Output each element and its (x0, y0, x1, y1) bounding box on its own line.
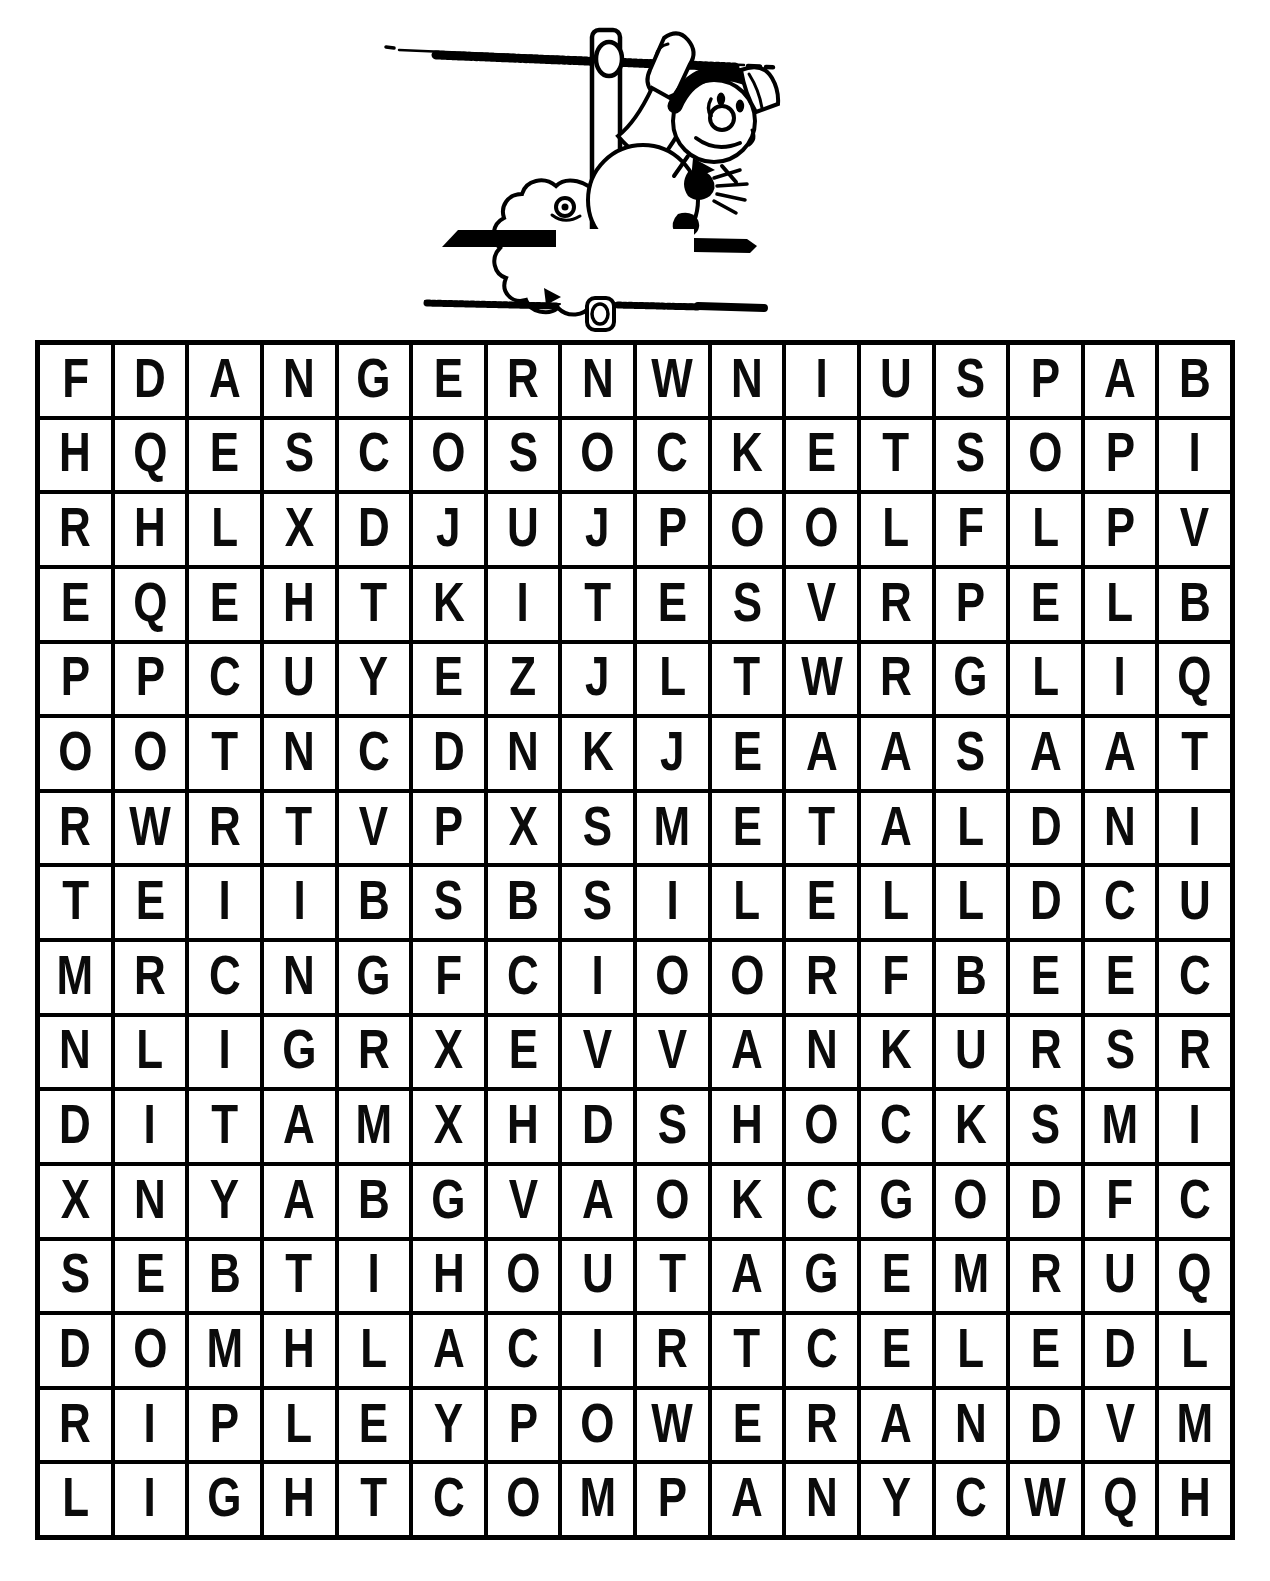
grid-cell[interactable]: L (637, 644, 708, 715)
grid-cell[interactable]: B (339, 1166, 410, 1237)
grid-cell[interactable]: U (1159, 867, 1230, 938)
grid-cell[interactable]: N (936, 1390, 1007, 1461)
grid-cell[interactable]: I (1159, 793, 1230, 864)
cell-letter: N (283, 724, 315, 783)
crossarm-right (694, 238, 757, 253)
grid-cell[interactable]: N (40, 1017, 111, 1088)
grid-cell[interactable]: C (1085, 867, 1156, 938)
cell-letter: T (211, 1097, 238, 1156)
grid-cell[interactable]: P (637, 494, 708, 565)
cell-letter: O (730, 500, 764, 559)
grid-cell[interactable]: L (861, 494, 932, 565)
grid-cell[interactable]: B (339, 867, 410, 938)
grid-cell[interactable]: D (562, 1091, 633, 1162)
grid-cell[interactable]: S (936, 420, 1007, 491)
grid-cell[interactable]: E (189, 420, 260, 491)
cell-letter: V (359, 799, 388, 858)
grid-cell[interactable]: V (562, 1017, 633, 1088)
grid-cell[interactable]: E (115, 867, 186, 938)
grid-cell[interactable]: N (264, 942, 335, 1013)
grid-cell[interactable]: L (936, 867, 1007, 938)
grid-cell[interactable]: C (936, 1464, 1007, 1535)
grid-cell[interactable]: K (712, 420, 783, 491)
grid-cell[interactable]: I (1085, 644, 1156, 715)
grid-cell[interactable]: P (1085, 494, 1156, 565)
grid-cell[interactable]: Y (339, 644, 410, 715)
grid-cell[interactable]: S (712, 569, 783, 640)
grid-cell[interactable]: X (413, 1091, 484, 1162)
grid-cell[interactable]: G (413, 1166, 484, 1237)
grid-cell[interactable]: H (115, 494, 186, 565)
grid-cell[interactable]: E (413, 644, 484, 715)
grid-cell[interactable]: U (562, 1241, 633, 1312)
grid-cell[interactable]: Q (1159, 644, 1230, 715)
grid-cell[interactable]: X (264, 494, 335, 565)
grid-cell[interactable]: C (1159, 942, 1230, 1013)
cell-letter: C (1104, 873, 1136, 932)
grid-cell[interactable]: O (712, 494, 783, 565)
grid-cell[interactable]: P (1010, 345, 1081, 416)
grid-cell[interactable]: M (637, 793, 708, 864)
grid-cell[interactable]: T (712, 1315, 783, 1386)
grid-cell[interactable]: G (264, 1017, 335, 1088)
cell-letter: V (508, 1172, 537, 1231)
grid-cell[interactable]: K (712, 1166, 783, 1237)
grid-cell[interactable]: X (488, 793, 559, 864)
grid-cell[interactable]: E (1010, 942, 1081, 1013)
grid-cell[interactable]: P (637, 1464, 708, 1535)
cell-letter: U (1104, 1246, 1136, 1305)
grid-cell[interactable]: Y (189, 1166, 260, 1237)
grid-cell[interactable]: H (264, 1464, 335, 1535)
grid-cell[interactable]: E (339, 1390, 410, 1461)
grid-cell[interactable]: P (189, 1390, 260, 1461)
grid-cell[interactable]: D (1010, 793, 1081, 864)
cell-letter: U (582, 1246, 614, 1305)
cell-letter: M (1176, 1396, 1213, 1455)
grid-cell[interactable]: A (264, 1166, 335, 1237)
grid-cell[interactable]: C (189, 644, 260, 715)
grid-cell[interactable]: P (40, 644, 111, 715)
cell-letter: O (506, 1470, 540, 1529)
grid-cell[interactable]: M (1085, 1091, 1156, 1162)
grid-cell[interactable]: I (264, 867, 335, 938)
grid-cell[interactable]: R (861, 644, 932, 715)
grid-cell[interactable]: E (637, 569, 708, 640)
grid-cell[interactable]: V (339, 793, 410, 864)
grid-cell[interactable]: R (861, 569, 932, 640)
grid-cell[interactable]: L (936, 793, 1007, 864)
grid-cell[interactable]: R (40, 1390, 111, 1461)
grid-cell[interactable]: F (861, 942, 932, 1013)
grid-cell[interactable]: C (861, 1091, 932, 1162)
grid-cell[interactable]: J (413, 494, 484, 565)
grid-cell[interactable]: R (339, 1017, 410, 1088)
cell-letter: R (59, 799, 91, 858)
grid-cell[interactable]: O (1010, 420, 1081, 491)
grid-cell[interactable]: I (115, 1464, 186, 1535)
grid-cell[interactable]: S (936, 345, 1007, 416)
grid-cell[interactable]: T (712, 644, 783, 715)
grid-cell[interactable]: S (936, 718, 1007, 789)
cell-letter: D (1030, 1172, 1062, 1231)
cell-letter: W (652, 1396, 694, 1455)
grid-cell[interactable]: J (637, 718, 708, 789)
grid-cell[interactable]: C (339, 420, 410, 491)
grid-cell[interactable]: S (488, 420, 559, 491)
grid-cell[interactable]: F (1085, 1166, 1156, 1237)
grid-cell[interactable]: R (488, 345, 559, 416)
cell-letter: D (1030, 873, 1062, 932)
grid-cell[interactable]: F (936, 494, 1007, 565)
grid-cell[interactable]: L (712, 867, 783, 938)
grid-cell[interactable]: J (562, 644, 633, 715)
grid-cell[interactable]: J (562, 494, 633, 565)
grid-cell[interactable]: W (1010, 1464, 1081, 1535)
grid-cell[interactable]: O (786, 1091, 857, 1162)
grid-cell[interactable]: A (562, 1166, 633, 1237)
grid-cell[interactable]: S (637, 1091, 708, 1162)
grid-cell[interactable]: D (1010, 1166, 1081, 1237)
grid-cell[interactable]: E (1010, 1315, 1081, 1386)
grid-cell[interactable]: L (1010, 494, 1081, 565)
grid-cell[interactable]: R (189, 793, 260, 864)
grid-cell[interactable]: O (40, 718, 111, 789)
grid-cell[interactable]: S (562, 793, 633, 864)
grid-cell[interactable]: B (1159, 569, 1230, 640)
grid-cell[interactable]: S (264, 420, 335, 491)
grid-cell[interactable]: N (786, 1017, 857, 1088)
grid-cell[interactable]: N (786, 1464, 857, 1535)
grid-cell[interactable]: V (488, 1166, 559, 1237)
cell-letter: R (507, 351, 539, 410)
cell-letter: R (1179, 1022, 1211, 1081)
grid-cell[interactable]: O (712, 942, 783, 1013)
cell-letter: P (1105, 425, 1134, 484)
grid-cell[interactable]: D (40, 1091, 111, 1162)
cell-letter: E (434, 351, 463, 410)
grid-cell[interactable]: N (562, 345, 633, 416)
grid-cell[interactable]: L (1010, 644, 1081, 715)
cell-letter: H (731, 1097, 763, 1156)
grid-cell[interactable]: H (712, 1091, 783, 1162)
grid-cell[interactable]: C (488, 1315, 559, 1386)
grid-cell[interactable]: O (115, 1315, 186, 1386)
grid-cell[interactable]: T (562, 569, 633, 640)
grid-cell[interactable]: E (861, 1241, 932, 1312)
grid-cell[interactable]: U (1085, 1241, 1156, 1312)
grid-cell[interactable]: T (339, 569, 410, 640)
grid-cell[interactable]: C (1159, 1166, 1230, 1237)
grid-cell[interactable]: A (264, 1091, 335, 1162)
grid-cell[interactable]: R (115, 942, 186, 1013)
grid-cell[interactable]: Q (1159, 1241, 1230, 1312)
grid-cell[interactable]: S (1085, 1017, 1156, 1088)
grid-cell[interactable]: N (1085, 793, 1156, 864)
grid-cell[interactable]: R (1010, 1241, 1081, 1312)
grid-cell[interactable]: H (264, 1315, 335, 1386)
grid-cell[interactable]: O (488, 1464, 559, 1535)
grid-cell[interactable]: B (189, 1241, 260, 1312)
cell-letter: G (804, 1246, 838, 1305)
grid-cell[interactable]: H (413, 1241, 484, 1312)
grid-cell[interactable]: V (1085, 1390, 1156, 1461)
grid-cell[interactable]: T (264, 1241, 335, 1312)
grid-cell[interactable]: O (413, 420, 484, 491)
cell-letter: C (507, 948, 539, 1007)
grid-cell[interactable]: S (413, 867, 484, 938)
grid-cell[interactable]: A (189, 345, 260, 416)
grid-cell[interactable]: T (637, 1241, 708, 1312)
grid-cell[interactable]: N (264, 718, 335, 789)
grid-cell[interactable]: Q (1085, 1464, 1156, 1535)
grid-cell[interactable]: V (1159, 494, 1230, 565)
grid-cell[interactable]: M (1159, 1390, 1230, 1461)
grid-cell[interactable]: R (786, 1390, 857, 1461)
grid-cell[interactable]: N (712, 345, 783, 416)
grid-cell[interactable]: R (786, 942, 857, 1013)
grid-cell[interactable]: S (1010, 1091, 1081, 1162)
grid-cell[interactable]: P (115, 644, 186, 715)
grid-cell[interactable]: E (40, 569, 111, 640)
grid-cell[interactable]: E (861, 1315, 932, 1386)
cell-letter: X (61, 1172, 90, 1231)
grid-cell[interactable]: H (264, 569, 335, 640)
grid-cell[interactable]: A (786, 718, 857, 789)
cell-letter: J (585, 500, 609, 559)
grid-cell[interactable]: W (115, 793, 186, 864)
grid-cell[interactable]: O (637, 1166, 708, 1237)
grid-cell[interactable]: T (189, 718, 260, 789)
cell-letter: I (218, 873, 230, 932)
grid-cell[interactable]: L (1159, 1315, 1230, 1386)
grid-cell[interactable]: E (1085, 942, 1156, 1013)
grid-cell[interactable]: I (339, 1241, 410, 1312)
grid-cell[interactable]: I (115, 1390, 186, 1461)
grid-cell[interactable]: F (40, 345, 111, 416)
grid-cell[interactable]: C (786, 1166, 857, 1237)
grid-cell[interactable]: P (1085, 420, 1156, 491)
grid-cell[interactable]: E (488, 1017, 559, 1088)
grid-cell[interactable]: K (562, 718, 633, 789)
grid-cell[interactable]: N (115, 1166, 186, 1237)
grid-cell[interactable]: L (861, 867, 932, 938)
grid-cell[interactable]: H (1159, 1464, 1230, 1535)
grid-cell[interactable]: U (488, 494, 559, 565)
grid-cell[interactable]: L (189, 494, 260, 565)
grid-cell[interactable]: C (786, 1315, 857, 1386)
cell-letter: L (1107, 575, 1134, 634)
grid-cell[interactable]: A (413, 1315, 484, 1386)
grid-cell[interactable]: D (115, 345, 186, 416)
grid-cell[interactable]: W (637, 1390, 708, 1461)
cell-letter: O (804, 500, 838, 559)
grid-cell[interactable]: Z (488, 644, 559, 715)
cell-letter: T (360, 1470, 387, 1529)
grid-cell[interactable]: E (712, 1390, 783, 1461)
grid-cell[interactable]: C (339, 718, 410, 789)
grid-cell[interactable]: E (786, 420, 857, 491)
grid-cell[interactable]: C (637, 420, 708, 491)
grid-cell[interactable]: R (40, 494, 111, 565)
grid-cell[interactable]: Y (861, 1464, 932, 1535)
grid-cell[interactable]: M (562, 1464, 633, 1535)
grid-cell[interactable]: A (1010, 718, 1081, 789)
grid-cell[interactable]: R (1159, 1017, 1230, 1088)
grid-cell[interactable]: M (339, 1091, 410, 1162)
grid-cell[interactable]: L (936, 1315, 1007, 1386)
cell-letter: I (144, 1470, 156, 1529)
grid-cell[interactable]: H (488, 1091, 559, 1162)
grid-cell[interactable]: R (40, 793, 111, 864)
worksheet-page: FDANGERNWNIUSPABHQESCOSOCKETSOPIRHLXDJUJ… (0, 0, 1270, 1581)
grid-cell[interactable]: S (562, 867, 633, 938)
grid-cell[interactable]: A (712, 1017, 783, 1088)
cell-letter: H (1179, 1470, 1211, 1529)
cell-letter: P (658, 500, 687, 559)
grid-cell[interactable]: A (1085, 718, 1156, 789)
grid-cell[interactable]: U (936, 1017, 1007, 1088)
grid-cell[interactable]: F (413, 942, 484, 1013)
grid-cell[interactable]: O (936, 1166, 1007, 1237)
grid-cell[interactable]: Y (413, 1390, 484, 1461)
grid-cell[interactable]: O (488, 1241, 559, 1312)
grid-cell[interactable]: E (189, 569, 260, 640)
grid-cell[interactable]: K (936, 1091, 1007, 1162)
grid-cell[interactable]: T (189, 1091, 260, 1162)
grid-cell[interactable]: E (786, 867, 857, 938)
grid-cell[interactable]: Q (115, 420, 186, 491)
grid-cell[interactable]: O (115, 718, 186, 789)
grid-cell[interactable]: I (189, 1017, 260, 1088)
grid-cell[interactable]: D (413, 718, 484, 789)
cell-letter: R (59, 500, 91, 559)
grid-cell[interactable]: R (637, 1315, 708, 1386)
grid-cell[interactable]: E (413, 345, 484, 416)
grid-cell[interactable]: E (115, 1241, 186, 1312)
grid-cell[interactable]: C (413, 1464, 484, 1535)
grid-cell[interactable]: M (936, 1241, 1007, 1312)
grid-cell[interactable]: G (936, 644, 1007, 715)
cell-letter: N (582, 351, 614, 410)
grid-cell[interactable]: U (861, 345, 932, 416)
grid-cell[interactable]: T (264, 793, 335, 864)
grid-cell[interactable]: P (488, 1390, 559, 1461)
grid-cell[interactable]: H (40, 420, 111, 491)
grid-cell[interactable]: G (861, 1166, 932, 1237)
grid-cell[interactable]: I (189, 867, 260, 938)
cell-letter: P (1105, 500, 1134, 559)
grid-cell[interactable]: N (264, 345, 335, 416)
grid-cell[interactable]: V (637, 1017, 708, 1088)
grid-cell[interactable]: Q (115, 569, 186, 640)
grid-cell[interactable]: G (786, 1241, 857, 1312)
grid-cell[interactable]: L (339, 1315, 410, 1386)
title-blank-box (556, 229, 694, 304)
grid-cell[interactable]: N (488, 718, 559, 789)
cell-letter: B (955, 948, 987, 1007)
grid-cell[interactable]: W (786, 644, 857, 715)
cell-letter: O (58, 724, 92, 783)
grid-cell[interactable]: U (264, 644, 335, 715)
cell-letter: A (1104, 724, 1136, 783)
grid-cell[interactable]: S (40, 1241, 111, 1312)
grid-cell[interactable]: D (1010, 1390, 1081, 1461)
grid-cell[interactable]: D (339, 494, 410, 565)
cell-letter: O (133, 1321, 167, 1380)
grid-cell[interactable]: B (936, 942, 1007, 1013)
grid-cell[interactable]: K (413, 569, 484, 640)
grid-cell[interactable]: B (1159, 345, 1230, 416)
grid-cell[interactable]: T (786, 793, 857, 864)
grid-cell[interactable]: D (40, 1315, 111, 1386)
grid-cell[interactable]: W (637, 345, 708, 416)
grid-cell[interactable]: I (562, 942, 633, 1013)
grid-cell[interactable]: K (861, 1017, 932, 1088)
grid-cell[interactable]: G (339, 942, 410, 1013)
grid-cell[interactable]: M (189, 1315, 260, 1386)
grid-cell[interactable]: T (339, 1464, 410, 1535)
grid-cell[interactable]: G (189, 1464, 260, 1535)
grid-cell[interactable]: A (712, 1464, 783, 1535)
grid-cell[interactable]: O (562, 1390, 633, 1461)
grid-cell[interactable]: A (861, 1390, 932, 1461)
grid-cell[interactable]: T (40, 867, 111, 938)
grid-cell[interactable]: I (488, 569, 559, 640)
grid-cell[interactable]: M (40, 942, 111, 1013)
grid-cell[interactable]: D (1085, 1315, 1156, 1386)
grid-cell[interactable]: L (40, 1464, 111, 1535)
grid-cell[interactable]: X (413, 1017, 484, 1088)
grid-cell[interactable]: D (1010, 867, 1081, 938)
grid-cell[interactable]: L (264, 1390, 335, 1461)
grid-cell[interactable]: L (115, 1017, 186, 1088)
grid-cell[interactable]: I (786, 345, 857, 416)
grid-cell[interactable]: E (712, 718, 783, 789)
grid-cell[interactable]: L (1085, 569, 1156, 640)
grid-cell[interactable]: X (40, 1166, 111, 1237)
cell-letter: D (582, 1097, 614, 1156)
grid-cell[interactable]: P (936, 569, 1007, 640)
grid-cell[interactable]: A (861, 718, 932, 789)
grid-cell[interactable]: C (189, 942, 260, 1013)
grid-cell[interactable]: R (1010, 1017, 1081, 1088)
grid-cell[interactable]: A (861, 793, 932, 864)
grid-cell[interactable]: O (637, 942, 708, 1013)
cell-letter: T (808, 799, 835, 858)
grid-cell[interactable]: T (861, 420, 932, 491)
grid-cell[interactable]: E (1010, 569, 1081, 640)
grid-cell[interactable]: T (1159, 718, 1230, 789)
grid-cell[interactable]: O (562, 420, 633, 491)
grid-cell[interactable]: A (1085, 345, 1156, 416)
cell-letter: L (957, 799, 984, 858)
grid-cell[interactable]: I (637, 867, 708, 938)
grid-cell[interactable]: I (1159, 420, 1230, 491)
grid-cell[interactable]: A (712, 1241, 783, 1312)
grid-cell[interactable]: B (488, 867, 559, 938)
cell-letter: O (506, 1246, 540, 1305)
grid-cell[interactable]: E (712, 793, 783, 864)
grid-cell[interactable]: O (786, 494, 857, 565)
grid-cell[interactable]: C (488, 942, 559, 1013)
grid-cell[interactable]: P (413, 793, 484, 864)
grid-cell[interactable]: G (339, 345, 410, 416)
grid-cell[interactable]: I (115, 1091, 186, 1162)
grid-cell[interactable]: I (562, 1315, 633, 1386)
grid-cell[interactable]: V (786, 569, 857, 640)
grid-cell[interactable]: I (1159, 1091, 1230, 1162)
